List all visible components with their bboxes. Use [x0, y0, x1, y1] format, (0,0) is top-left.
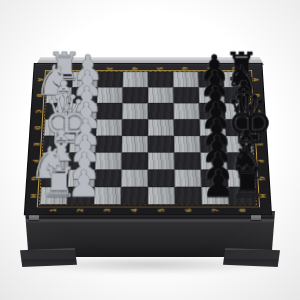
square-a5[interactable]: [148, 72, 173, 88]
square-c5[interactable]: [148, 103, 174, 119]
file-label-left-A: A: [35, 76, 45, 83]
square-c4[interactable]: [122, 103, 148, 119]
square-b4[interactable]: [122, 87, 148, 103]
rank-label-back-5: 5: [155, 65, 165, 72]
square-f6[interactable]: [174, 153, 201, 170]
square-b5[interactable]: [148, 87, 174, 103]
square-f5[interactable]: [148, 153, 174, 170]
rank-label-back-8: 8: [230, 65, 240, 72]
chess-set-photo: AABBCCDDEEFFGGHH1122334455667788 ♜♞♝♛♚♝♞…: [0, 0, 300, 300]
square-h4[interactable]: [121, 187, 148, 205]
square-a4[interactable]: [123, 72, 148, 88]
rank-label-back-2: 2: [80, 65, 90, 72]
piece-black-pawn-h7[interactable]: ♟: [202, 165, 229, 202]
rank-label-back-1: 1: [55, 65, 65, 72]
square-g4[interactable]: [121, 170, 148, 187]
rank-label-back-4: 4: [130, 65, 140, 72]
piece-white-rook-h1[interactable]: ♜: [40, 161, 67, 202]
chess-board: AABBCCDDEEFFGGHH1122334455667788 ♜♞♝♛♚♝♞…: [25, 64, 271, 215]
square-h5[interactable]: [148, 187, 175, 205]
square-g6[interactable]: [174, 170, 201, 187]
square-a6[interactable]: [173, 72, 199, 88]
square-f4[interactable]: [121, 153, 148, 170]
square-g5[interactable]: [148, 170, 175, 187]
file-label-right-A: A: [251, 76, 261, 83]
rank-label-back-7: 7: [205, 65, 215, 72]
piece-white-pawn-h2[interactable]: ♟: [67, 165, 94, 202]
rank-label-back-3: 3: [105, 65, 115, 72]
square-b6[interactable]: [173, 87, 199, 103]
square-e5[interactable]: [148, 136, 174, 153]
square-c6[interactable]: [174, 103, 200, 119]
square-d6[interactable]: [174, 119, 200, 135]
square-e4[interactable]: [122, 136, 148, 153]
square-d5[interactable]: [148, 119, 174, 135]
square-h6[interactable]: [175, 187, 202, 205]
square-e6[interactable]: [174, 136, 200, 153]
rank-label-back-6: 6: [180, 65, 190, 72]
square-d4[interactable]: [122, 119, 148, 135]
piece-black-rook-h8[interactable]: ♜: [229, 161, 256, 202]
file-label-left-C: C: [33, 108, 43, 115]
file-label-left-D: D: [32, 124, 42, 131]
perspective-wrapper: AABBCCDDEEFFGGHH1122334455667788 ♜♞♝♛♚♝♞…: [0, 0, 300, 300]
